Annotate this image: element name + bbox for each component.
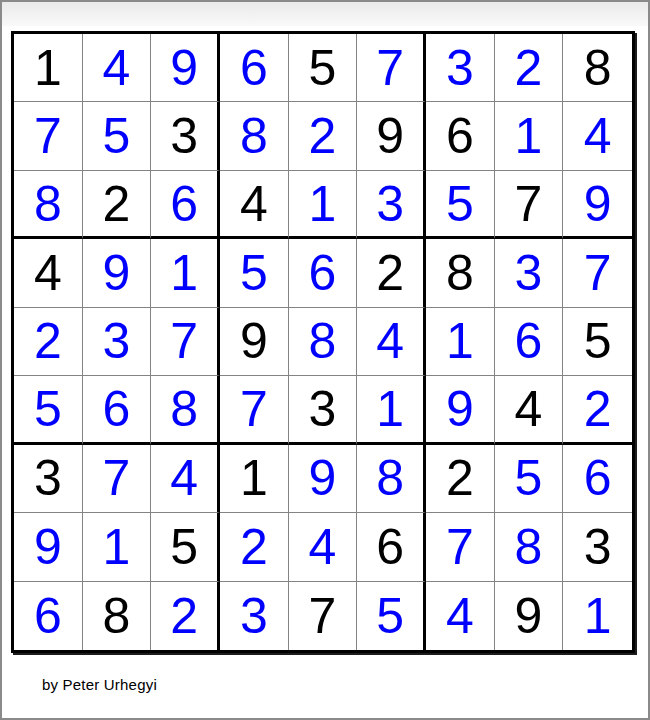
cell-r7c9[interactable]: 6 (563, 445, 632, 513)
cell-r3c3[interactable]: 6 (151, 171, 220, 239)
window-frame: 1496573287538296148264135794915628372379… (0, 0, 650, 720)
cell-r9c5[interactable]: 7 (289, 582, 358, 650)
window-titlebar (2, 2, 648, 26)
cell-r2c3[interactable]: 3 (151, 102, 220, 170)
cell-r8c3[interactable]: 5 (151, 513, 220, 581)
cell-r6c7[interactable]: 9 (426, 376, 495, 444)
cell-r4c7[interactable]: 8 (426, 239, 495, 307)
cell-r9c4[interactable]: 3 (220, 582, 289, 650)
cell-r1c4[interactable]: 6 (220, 34, 289, 102)
cell-r1c8[interactable]: 2 (495, 34, 564, 102)
cell-r3c8[interactable]: 7 (495, 171, 564, 239)
author-credit: by Peter Urhegyi (42, 676, 157, 693)
cell-r1c1[interactable]: 1 (14, 34, 83, 102)
cell-r4c1[interactable]: 4 (14, 239, 83, 307)
cell-r1c5[interactable]: 5 (289, 34, 358, 102)
cell-r7c7[interactable]: 2 (426, 445, 495, 513)
cell-r2c1[interactable]: 7 (14, 102, 83, 170)
cell-r4c4[interactable]: 5 (220, 239, 289, 307)
cell-r7c3[interactable]: 4 (151, 445, 220, 513)
cell-r4c2[interactable]: 9 (83, 239, 152, 307)
cell-r2c9[interactable]: 4 (563, 102, 632, 170)
cell-r7c2[interactable]: 7 (83, 445, 152, 513)
cell-r4c9[interactable]: 7 (563, 239, 632, 307)
cell-r1c2[interactable]: 4 (83, 34, 152, 102)
cell-r3c2[interactable]: 2 (83, 171, 152, 239)
cell-r2c7[interactable]: 6 (426, 102, 495, 170)
cell-r5c8[interactable]: 6 (495, 308, 564, 376)
cell-r2c4[interactable]: 8 (220, 102, 289, 170)
cell-r3c4[interactable]: 4 (220, 171, 289, 239)
cell-r5c7[interactable]: 1 (426, 308, 495, 376)
cell-r9c7[interactable]: 4 (426, 582, 495, 650)
cell-r3c6[interactable]: 3 (357, 171, 426, 239)
cell-r8c1[interactable]: 9 (14, 513, 83, 581)
cell-r6c1[interactable]: 5 (14, 376, 83, 444)
cell-r8c4[interactable]: 2 (220, 513, 289, 581)
cell-r8c9[interactable]: 3 (563, 513, 632, 581)
cell-r8c5[interactable]: 4 (289, 513, 358, 581)
cell-r1c3[interactable]: 9 (151, 34, 220, 102)
cell-r2c6[interactable]: 9 (357, 102, 426, 170)
cell-r3c5[interactable]: 1 (289, 171, 358, 239)
cell-r9c1[interactable]: 6 (14, 582, 83, 650)
cell-r4c3[interactable]: 1 (151, 239, 220, 307)
cell-r9c9[interactable]: 1 (563, 582, 632, 650)
cell-r3c1[interactable]: 8 (14, 171, 83, 239)
cell-r6c4[interactable]: 7 (220, 376, 289, 444)
cell-r5c9[interactable]: 5 (563, 308, 632, 376)
cell-r9c2[interactable]: 8 (83, 582, 152, 650)
cell-r5c4[interactable]: 9 (220, 308, 289, 376)
cell-r3c7[interactable]: 5 (426, 171, 495, 239)
cell-r9c8[interactable]: 9 (495, 582, 564, 650)
cell-r5c5[interactable]: 8 (289, 308, 358, 376)
cell-r8c7[interactable]: 7 (426, 513, 495, 581)
cell-r2c5[interactable]: 2 (289, 102, 358, 170)
cell-r6c9[interactable]: 2 (563, 376, 632, 444)
cell-r9c6[interactable]: 5 (357, 582, 426, 650)
cell-r5c6[interactable]: 4 (357, 308, 426, 376)
cell-r1c9[interactable]: 8 (563, 34, 632, 102)
cell-r6c6[interactable]: 1 (357, 376, 426, 444)
cell-r8c8[interactable]: 8 (495, 513, 564, 581)
cell-r5c3[interactable]: 7 (151, 308, 220, 376)
cell-r7c4[interactable]: 1 (220, 445, 289, 513)
cell-r6c5[interactable]: 3 (289, 376, 358, 444)
cell-r1c6[interactable]: 7 (357, 34, 426, 102)
cell-r3c9[interactable]: 9 (563, 171, 632, 239)
cell-r7c6[interactable]: 8 (357, 445, 426, 513)
cell-r4c5[interactable]: 6 (289, 239, 358, 307)
cell-r2c8[interactable]: 1 (495, 102, 564, 170)
cell-r1c7[interactable]: 3 (426, 34, 495, 102)
cell-r4c6[interactable]: 2 (357, 239, 426, 307)
cell-r7c1[interactable]: 3 (14, 445, 83, 513)
cell-r7c5[interactable]: 9 (289, 445, 358, 513)
cell-r6c2[interactable]: 6 (83, 376, 152, 444)
cell-r6c8[interactable]: 4 (495, 376, 564, 444)
cell-r5c1[interactable]: 2 (14, 308, 83, 376)
cell-r5c2[interactable]: 3 (83, 308, 152, 376)
cell-r8c6[interactable]: 6 (357, 513, 426, 581)
cell-r9c3[interactable]: 2 (151, 582, 220, 650)
cell-r7c8[interactable]: 5 (495, 445, 564, 513)
cell-r4c8[interactable]: 3 (495, 239, 564, 307)
cell-r2c2[interactable]: 5 (83, 102, 152, 170)
cell-r6c3[interactable]: 8 (151, 376, 220, 444)
cell-r8c2[interactable]: 1 (83, 513, 152, 581)
sudoku-board: 1496573287538296148264135794915628372379… (11, 31, 635, 653)
